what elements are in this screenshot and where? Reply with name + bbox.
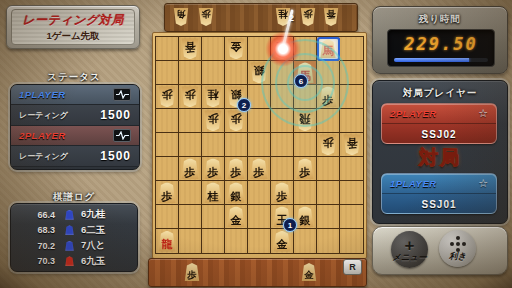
piece-glyph: 銀 (300, 214, 311, 227)
board-grid: 香金王馬銀馬歩歩桂銀歩歩歩飛歩香歩歩歩歩歩歩桂銀歩金玉銀龍金 (155, 36, 364, 254)
menu-button-label: メニュー (391, 252, 428, 264)
piece-glyph: 金 (277, 239, 288, 252)
board-cell[interactable] (340, 205, 363, 229)
board-cell[interactable] (317, 181, 340, 205)
shogi-piece-金[interactable]: 金 (227, 38, 246, 59)
board-cell[interactable] (340, 37, 363, 61)
piece-glyph: 馬 (323, 45, 334, 58)
board-cell[interactable] (202, 133, 225, 157)
move-notation: 6九玉 (81, 255, 105, 268)
board-cell[interactable] (317, 205, 340, 229)
board-cell[interactable] (317, 109, 340, 133)
piece-glyph: 香 (346, 134, 357, 147)
status-row-player1: 1PLAYER (11, 85, 139, 105)
shogi-piece-馬[interactable]: 馬 (320, 39, 337, 58)
piece-glyph: 歩 (254, 166, 265, 179)
rating-graph-icon (113, 129, 131, 142)
board-cell[interactable]: 金 (271, 229, 294, 253)
board-cell[interactable] (179, 109, 202, 133)
move-log-row: 68.36二玉 (11, 223, 137, 239)
hand-piece-歩[interactable]: 歩 (198, 8, 214, 26)
board-cell[interactable] (340, 157, 363, 181)
move-time: 66.4 (27, 210, 55, 220)
time-progress-fill (394, 58, 469, 62)
board-cell[interactable]: 歩 (225, 157, 248, 181)
board-cell[interactable] (271, 157, 294, 181)
board-cell[interactable] (294, 85, 317, 109)
shogi-piece-歩[interactable]: 歩 (250, 158, 269, 179)
piece-glyph: 飛 (300, 110, 311, 123)
influence-count-badge: 2 (237, 98, 251, 112)
board-cell[interactable]: 歩 (271, 181, 294, 205)
board-cell[interactable] (202, 37, 225, 61)
player2-card-top: 2PLAYER ☆ (382, 104, 496, 124)
board-cell[interactable] (294, 181, 317, 205)
shogi-piece-歩[interactable]: 歩 (181, 86, 200, 107)
rating-graph-icon (113, 88, 131, 101)
shogi-piece-銀[interactable]: 銀 (296, 206, 315, 227)
board-cell[interactable]: 飛 (294, 109, 317, 133)
board-cell[interactable] (156, 37, 179, 61)
board-cell[interactable]: 銀 (225, 181, 248, 205)
rating-value-2: 1500 (100, 149, 131, 163)
shogi-piece-歩[interactable]: 歩 (296, 158, 315, 179)
move-time: 68.3 (27, 225, 55, 235)
piece-glyph: 歩 (185, 166, 196, 179)
board-cell[interactable]: 王 (271, 37, 294, 61)
board-cell[interactable]: 桂 (202, 181, 225, 205)
move-side-piece-icon (65, 210, 74, 220)
piece-glyph: 金 (231, 38, 242, 51)
board-cell[interactable] (271, 61, 294, 85)
r-shoulder-button[interactable]: R (343, 259, 362, 275)
shogi-piece-桂[interactable]: 桂 (204, 86, 223, 107)
piece-glyph: 歩 (231, 110, 242, 123)
status-row-rating2: レーティング 1500 (11, 146, 139, 167)
piece-glyph: 香 (326, 8, 336, 20)
move-time: 70.2 (27, 241, 55, 251)
player1-card-label: 1PLAYER (390, 178, 437, 189)
piece-glyph: 香 (185, 38, 196, 51)
star-icon: ☆ (478, 107, 488, 120)
board-cell[interactable] (317, 61, 340, 85)
hand-piece-香[interactable]: 香 (323, 8, 339, 26)
player2-card-label: 2PLAYER (390, 108, 437, 119)
board-cell[interactable] (179, 181, 202, 205)
board-cell[interactable]: 香 (179, 37, 202, 61)
shogi-piece-銀[interactable]: 銀 (227, 182, 246, 203)
board-cell[interactable] (248, 133, 271, 157)
board-cell[interactable]: 歩 (317, 85, 340, 109)
match-players-header: 対局プレイヤー (373, 87, 507, 100)
rating-value-1: 1500 (100, 108, 131, 122)
board-cell[interactable] (317, 229, 340, 253)
board-cell[interactable]: 歩 (202, 109, 225, 133)
shogi-piece-歩[interactable]: 歩 (158, 182, 177, 203)
piece-glyph: 歩 (162, 86, 173, 99)
board-cell[interactable] (179, 229, 202, 253)
move-time: 70.3 (27, 256, 55, 266)
shogi-piece-歩[interactable]: 歩 (227, 158, 246, 179)
board-cell[interactable] (340, 229, 363, 253)
remaining-time-header: 残り時間 (373, 13, 507, 26)
piece-glyph: 歩 (300, 166, 311, 179)
board-cell[interactable]: 歩 (156, 181, 179, 205)
piece-glyph: 歩 (208, 166, 219, 179)
move-log-row: 70.36九玉 (11, 254, 137, 270)
move-side-piece-icon (65, 225, 74, 235)
board-cell[interactable]: 歩 (294, 157, 317, 181)
board-cell[interactable]: 歩 (202, 157, 225, 181)
board-cell[interactable] (294, 37, 317, 61)
board-cell[interactable] (317, 157, 340, 181)
player2-label: 2PLAYER (19, 130, 66, 141)
board-cell[interactable] (156, 205, 179, 229)
piece-glyph: 歩 (208, 110, 219, 123)
board-cell[interactable]: 香 (340, 133, 363, 157)
dpad-icon (456, 242, 460, 246)
board-cell[interactable]: 歩 (225, 109, 248, 133)
player1-card-top: 1PLAYER ☆ (382, 174, 496, 194)
board-cell[interactable] (225, 229, 248, 253)
shogi-piece-桂[interactable]: 桂 (204, 182, 223, 203)
status-row-rating1: レーティング 1500 (11, 105, 139, 126)
move-log-row: 70.27八と (11, 238, 137, 254)
time-value: 229.50 (388, 34, 494, 54)
board-cell[interactable] (248, 229, 271, 253)
versus-label: 対局 (373, 145, 507, 171)
board-cell[interactable] (271, 85, 294, 109)
board-cell[interactable] (248, 85, 271, 109)
shogi-piece-龍[interactable]: 龍 (158, 231, 177, 252)
piece-glyph: 銀 (254, 62, 265, 75)
piece-glyph: 銀 (231, 190, 242, 203)
board-cell[interactable] (156, 133, 179, 157)
board-cell[interactable]: 歩 (248, 157, 271, 181)
rating-label-1: レーティング (19, 110, 68, 121)
board-cell[interactable]: 歩 (179, 85, 202, 109)
board-cell[interactable]: 龍 (156, 229, 179, 253)
shogi-piece-香[interactable]: 香 (181, 38, 200, 59)
move-side-piece-icon (65, 241, 74, 251)
hand-piece-金[interactable]: 金 (301, 263, 317, 281)
time-progress-track (394, 58, 488, 62)
board-cell[interactable] (271, 133, 294, 157)
shogi-piece-歩[interactable]: 歩 (273, 182, 292, 203)
shogi-piece-歩[interactable]: 歩 (227, 110, 246, 131)
piece-glyph: 桂 (208, 190, 219, 203)
board-cell[interactable] (248, 37, 271, 61)
star-icon: ☆ (478, 177, 488, 190)
board-cell[interactable] (179, 205, 202, 229)
player2-name: SSJ02 (382, 124, 496, 144)
piece-glyph: 金 (304, 270, 314, 282)
piece-glyph: 角 (176, 8, 186, 20)
match-mode-title: レーティング対局 (22, 12, 123, 29)
piece-glyph: 歩 (187, 270, 197, 282)
board-cell[interactable] (179, 61, 202, 85)
board-cell[interactable]: 歩 (156, 85, 179, 109)
match-players-panel: 対局プレイヤー 2PLAYER ☆ SSJ02 対局 1PLAYER ☆ SSJ… (372, 80, 508, 224)
hand-piece-角[interactable]: 角 (173, 8, 189, 26)
status-row-player2: 2PLAYER (11, 126, 139, 146)
move-log-row: 66.46九桂 (11, 207, 137, 223)
gote-captured-tray: 角歩桂2歩香 (164, 3, 358, 32)
influence-toggle-button[interactable]: 利き (439, 230, 476, 267)
shogi-board: 香金王馬銀馬歩歩桂銀歩歩歩飛歩香歩歩歩歩歩歩桂銀歩金玉銀龍金 261 (152, 32, 367, 259)
piece-glyph: 歩 (277, 190, 288, 203)
piece-glyph: 龍 (162, 239, 173, 252)
status-header: ステータス (10, 71, 138, 84)
shogi-piece-歩[interactable]: 歩 (319, 134, 338, 155)
board-cell[interactable] (225, 61, 248, 85)
shogi-piece-金[interactable]: 金 (227, 206, 246, 227)
rating-label-2: レーティング (19, 151, 68, 162)
shogi-piece-銀[interactable]: 銀 (250, 62, 269, 83)
board-cell[interactable] (294, 133, 317, 157)
shogi-piece-歩[interactable]: 歩 (319, 86, 338, 107)
board-cell[interactable]: 歩 (317, 133, 340, 157)
influence-count-badge: 6 (294, 74, 308, 88)
board-cell[interactable] (156, 109, 179, 133)
shogi-piece-香[interactable]: 香 (342, 134, 361, 155)
shogi-piece-歩[interactable]: 歩 (204, 110, 223, 131)
piece-glyph: 金 (231, 214, 242, 227)
board-cell[interactable] (271, 109, 294, 133)
board-cell[interactable] (340, 181, 363, 205)
influence-count-badge: 1 (283, 218, 297, 232)
board-cell[interactable] (156, 61, 179, 85)
piece-glyph: 歩 (185, 86, 196, 99)
move-notation: 6九桂 (81, 208, 105, 221)
piece-glyph: 銀 (231, 86, 242, 99)
board-cell[interactable]: 金 (225, 37, 248, 61)
bottom-button-bar: + メニュー 利き (372, 226, 508, 275)
piece-glyph: 歩 (201, 8, 211, 20)
match-title-panel: レーティング対局 1ゲーム先取 (6, 5, 140, 49)
board-cell[interactable] (156, 157, 179, 181)
shogi-piece-歩[interactable]: 歩 (158, 86, 177, 107)
status-panel: 1PLAYER レーティング 1500 2PLAYER レーティング 1500 (10, 84, 140, 170)
board-cell[interactable] (294, 229, 317, 253)
board-cell[interactable] (202, 61, 225, 85)
board-cell[interactable] (225, 133, 248, 157)
hand-piece-歩[interactable]: 歩 (184, 263, 200, 281)
board-cell[interactable] (340, 109, 363, 133)
board-cell[interactable] (202, 229, 225, 253)
board-cell[interactable]: 銀 (248, 61, 271, 85)
shogi-piece-金[interactable]: 金 (273, 231, 292, 252)
move-log-panel: 66.46九桂68.36二玉70.27八と70.36九玉 (10, 203, 138, 272)
shogi-piece-歩[interactable]: 歩 (204, 158, 223, 179)
piece-glyph: 桂 (208, 86, 219, 99)
board-cell[interactable] (248, 181, 271, 205)
board-cell[interactable]: 馬 (317, 37, 340, 61)
move-notation: 7八と (81, 239, 106, 252)
board-cell[interactable] (179, 133, 202, 157)
piece-glyph: 桂 (278, 8, 288, 20)
shogi-piece-歩[interactable]: 歩 (181, 158, 200, 179)
board-cell[interactable]: 銀 (294, 205, 317, 229)
board-cell[interactable]: 桂 (202, 85, 225, 109)
board-cell[interactable] (340, 61, 363, 85)
shogi-game-screen: レーティング対局 1ゲーム先取 ステータス 1PLAYER レーティング 150… (0, 0, 512, 288)
shogi-piece-王[interactable]: 王 (273, 38, 292, 59)
piece-glyph: 歩 (303, 8, 313, 20)
hand-piece-count: 2 (289, 13, 294, 23)
board-cell[interactable] (248, 205, 271, 229)
move-notation: 6二玉 (81, 224, 105, 237)
player1-label: 1PLAYER (19, 89, 66, 100)
player1-name: SSJ01 (382, 194, 496, 214)
shogi-piece-飛[interactable]: 飛 (296, 110, 315, 131)
remaining-time-panel: 残り時間 229.50 (372, 6, 508, 74)
board-cell[interactable] (202, 205, 225, 229)
piece-glyph: 歩 (162, 190, 173, 203)
sente-captured-tray: 歩金 (148, 258, 367, 287)
player1-card: 1PLAYER ☆ SSJ01 (381, 173, 497, 214)
menu-button[interactable]: + メニュー (391, 231, 428, 268)
piece-glyph: 歩 (323, 134, 334, 147)
player2-card: 2PLAYER ☆ SSJ02 (381, 103, 497, 144)
time-display: 229.50 (387, 29, 495, 67)
piece-glyph: 歩 (323, 94, 334, 107)
match-title-plate: レーティング対局 1ゲーム先取 (11, 9, 135, 45)
piece-glyph: 歩 (231, 166, 242, 179)
piece-glyph: 王 (277, 38, 288, 51)
board-cell[interactable] (340, 85, 363, 109)
move-side-piece-icon (65, 256, 74, 266)
board-cell[interactable]: 歩 (179, 157, 202, 181)
influence-button-label: 利き (439, 251, 476, 263)
board-cell[interactable]: 金 (225, 205, 248, 229)
match-rule-subtitle: 1ゲーム先取 (46, 30, 99, 43)
board-cell[interactable] (248, 109, 271, 133)
hand-piece-歩[interactable]: 歩 (300, 8, 316, 26)
